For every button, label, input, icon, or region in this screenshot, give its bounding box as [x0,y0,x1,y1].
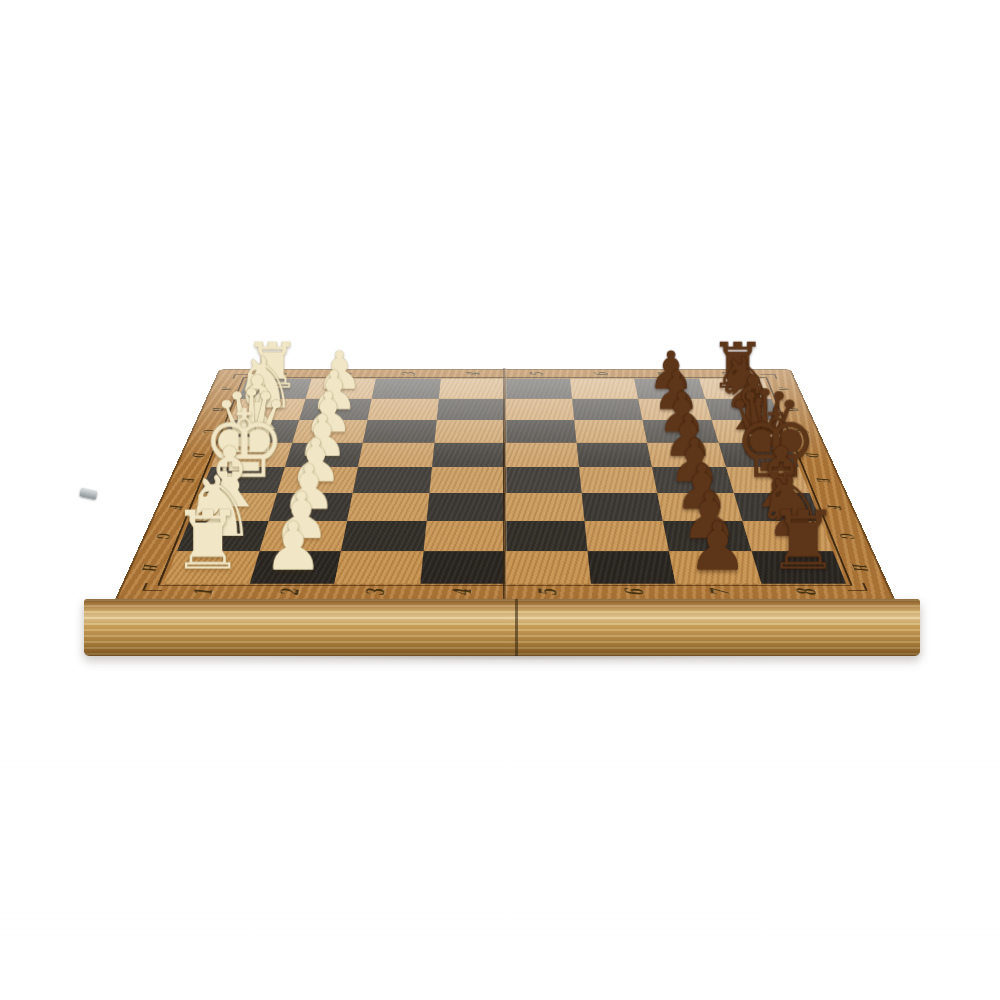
rank-number-text: 7 [705,589,736,596]
square-b7: ♟ [638,399,711,420]
square-e8: ♚ [726,467,810,493]
square-f8: ♝ [733,493,820,521]
back-rank-number-5: 5 [505,369,570,378]
rank-number-text: 8 [718,372,741,376]
square-h1: ♜ [164,551,259,584]
rank-number-text: 4 [447,589,477,596]
square-a5 [505,379,572,399]
square-c1: ♝ [221,420,299,443]
square-b5 [505,399,574,420]
square-c3 [363,420,436,443]
square-g2: ♟ [259,521,347,551]
back-rank-number-2: 2 [311,369,377,378]
file-letter-text: G [835,533,858,539]
frame-corner [215,369,250,378]
square-d2: ♟ [285,443,363,467]
square-a2: ♟ [305,379,376,399]
box-side-seam [515,599,518,656]
square-c5 [505,420,576,443]
reflection: 12345678A♜♟♟♜AB♞♟♟♞BC♝♟♟♝CD♛♟♟♛DE♚♟♟♚EF♝… [0,656,1000,1000]
file-letter-text: A [217,387,235,390]
piece-brown-pawn-h7: ♟ [675,516,760,580]
square-f4 [426,493,505,521]
square-d4 [432,443,506,467]
square-f6 [581,493,663,521]
square-a6 [570,379,639,399]
square-h7: ♟ [669,551,761,584]
square-a3 [372,379,441,399]
file-letter-text: B [783,407,802,411]
frame-corner [760,369,795,378]
back-rank-number-4: 4 [440,369,505,378]
square-e6 [579,467,658,493]
rank-number-text: 3 [361,589,391,596]
back-rank-number-7: 7 [632,369,698,378]
board: 12345678A♜♟♟♜AB♞♟♟♞BC♝♟♟♝CD♛♟♟♛DE♚♟♟♚EF♝… [114,369,895,600]
square-g1: ♞ [177,521,268,551]
square-h5 [505,551,590,584]
square-d1: ♛ [211,443,292,467]
square-e7: ♟ [652,467,733,493]
square-b2: ♟ [299,399,372,420]
square-b1: ♞ [230,399,305,420]
square-g3 [341,521,426,551]
file-letter-text: G [152,533,175,539]
square-d7: ♟ [647,443,725,467]
rank-number-text: 4 [462,372,484,376]
square-b4 [436,399,505,420]
square-g6 [584,521,669,551]
back-rank-number-8: 8 [696,369,763,378]
square-a1: ♜ [239,379,312,399]
file-letter-text: D [801,452,822,457]
file-letter-text: H [848,564,872,571]
piece-white-rook-a1: ♜ [239,336,305,396]
square-a4 [438,379,505,399]
square-c8: ♝ [711,420,789,443]
back-rank-number-3: 3 [376,369,442,378]
square-d6 [576,443,652,467]
square-b8: ♞ [705,399,780,420]
file-letter-text: E [177,478,198,482]
square-h3 [334,551,423,584]
left-file-letter-g: G [137,521,189,551]
rank-number-text: 6 [619,589,649,596]
metal-clasp [79,487,97,499]
box-side-face [84,599,920,656]
square-b3 [367,399,438,420]
piece-white-pawn-h2: ♟ [250,516,335,580]
square-c2: ♟ [292,420,368,443]
back-rank-number-6: 6 [569,369,635,378]
square-g8: ♞ [742,521,833,551]
rank-number-text: 5 [526,372,548,376]
square-g5 [505,521,587,551]
square-d3 [358,443,434,467]
square-h8: ♜ [751,551,846,584]
square-f1: ♝ [189,493,276,521]
square-e4 [429,467,505,493]
back-rank-number-1: 1 [247,369,314,378]
file-letter-text: F [823,505,845,509]
left-file-letter-h: H [122,551,177,584]
square-a8: ♜ [699,379,772,399]
square-b6 [572,399,643,420]
rank-number-text: 3 [398,372,420,376]
square-d8: ♛ [718,443,799,467]
file-letter-text: C [198,429,218,433]
file-letter-text: H [138,564,162,571]
piece-brown-rook-a8: ♜ [704,336,770,396]
file-letter-text: C [792,429,812,433]
right-file-letter-g: G [821,521,873,551]
square-e3 [353,467,432,493]
square-f7: ♟ [657,493,742,521]
rank-number-text: 5 [533,589,563,596]
rank-number-text: 2 [333,372,356,376]
piece-brown-pawn-f7: ♟ [662,458,741,517]
square-c6 [574,420,647,443]
square-h2: ♟ [249,551,341,584]
square-f3 [347,493,429,521]
square-e2: ♟ [277,467,358,493]
rank-number-text: 1 [188,589,220,596]
rank-number-text: 6 [590,372,612,376]
file-letter-text: A [774,387,792,390]
square-c7: ♟ [643,420,719,443]
square-d5 [505,443,579,467]
right-file-letter-h: H [833,551,888,584]
rank-number-text: 1 [269,372,292,376]
file-letter-text: D [188,452,209,457]
square-a7: ♟ [634,379,705,399]
piece-white-pawn-f2: ♟ [269,458,348,517]
rank-number-text: 2 [274,589,305,596]
rank-number-text: 7 [654,372,677,376]
square-g7: ♟ [663,521,751,551]
square-g4 [423,521,505,551]
board-grid: 12345678A♜♟♟♜AB♞♟♟♞BC♝♟♟♝CD♛♟♟♛DE♚♟♟♚EF♝… [114,369,895,600]
square-f5 [505,493,584,521]
square-e1: ♚ [200,467,284,493]
square-h4 [420,551,505,584]
file-letter-text: B [208,407,227,411]
square-e5 [505,467,581,493]
square-h6 [587,551,676,584]
rank-number-text: 8 [791,589,823,596]
square-c4 [434,420,505,443]
file-letter-text: F [165,505,187,509]
file-letter-text: E [812,478,833,482]
square-f2: ♟ [268,493,353,521]
chess-set-photo: 12345678A♜♟♟♜AB♞♟♟♞BC♝♟♟♝CD♛♟♟♛DE♚♟♟♚EF♝… [0,0,1000,660]
